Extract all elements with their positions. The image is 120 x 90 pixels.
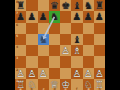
square-b1[interactable]: b♘ <box>26 79 37 90</box>
square-d2[interactable] <box>49 68 60 79</box>
black-bishop-f8[interactable]: ♝ <box>72 0 81 11</box>
white-knight-b1[interactable]: ♘ <box>27 79 36 90</box>
square-f1[interactable]: f <box>71 79 82 90</box>
file-label-b: b <box>29 87 34 90</box>
black-queen-d8[interactable]: ♛ <box>50 0 59 11</box>
white-rook-a1[interactable]: ♖ <box>16 79 25 90</box>
file-label-c: c <box>41 87 46 90</box>
black-knight-d7[interactable]: ♞ <box>50 11 59 22</box>
white-knight-g1[interactable]: ♘ <box>84 79 93 90</box>
square-f2[interactable]: ♙ <box>71 68 82 79</box>
rank-label-8: 8 <box>16 0 18 4</box>
square-f6[interactable] <box>71 23 82 34</box>
square-a6[interactable]: 6 <box>15 23 26 34</box>
square-a4[interactable]: 4 <box>15 45 26 56</box>
black-bishop-f5[interactable]: ♝ <box>72 34 81 45</box>
square-e3[interactable] <box>60 56 71 67</box>
square-g6[interactable] <box>83 23 94 34</box>
square-e4[interactable]: ♙ <box>60 45 71 56</box>
square-b5[interactable] <box>26 34 37 45</box>
square-d6[interactable] <box>49 23 60 34</box>
black-pawn-a7[interactable]: ♟ <box>16 11 25 22</box>
white-pawn-e4[interactable]: ♙ <box>61 45 70 56</box>
square-e5[interactable] <box>60 34 71 45</box>
hint-ghost-black-knight: ♞ <box>39 34 48 45</box>
square-h8[interactable]: ♜ <box>94 0 105 11</box>
square-f3[interactable] <box>71 56 82 67</box>
file-label-f: f <box>74 87 79 90</box>
square-e1[interactable]: e♔ <box>60 79 71 90</box>
white-pawn-c2[interactable]: ♙ <box>39 68 48 79</box>
square-f4[interactable]: ♗ <box>71 45 82 56</box>
square-h6[interactable] <box>94 23 105 34</box>
square-g8[interactable]: ♞ <box>83 0 94 11</box>
rank-label-5: 5 <box>16 34 18 38</box>
square-a7[interactable]: 7♟ <box>15 11 26 22</box>
file-label-d: d <box>52 87 57 90</box>
square-c5[interactable]: ♞ <box>38 34 49 45</box>
square-c8[interactable] <box>38 0 49 11</box>
square-b4[interactable] <box>26 45 37 56</box>
square-g4[interactable] <box>83 45 94 56</box>
rank-label-2: 2 <box>16 68 18 72</box>
square-f8[interactable]: ♝ <box>71 0 82 11</box>
rank-label-7: 7 <box>16 11 18 15</box>
white-queen-d1[interactable]: ♕ <box>50 79 59 90</box>
black-pawn-c7[interactable]: ♟ <box>39 11 48 22</box>
white-rook-h1[interactable]: ♖ <box>95 79 104 90</box>
letterbox-left <box>0 0 15 90</box>
black-pawn-b7[interactable]: ♟ <box>27 11 36 22</box>
black-pawn-f7[interactable]: ♟ <box>72 11 81 22</box>
white-pawn-f2[interactable]: ♙ <box>72 68 81 79</box>
square-h2[interactable]: ♙ <box>94 68 105 79</box>
black-rook-h8[interactable]: ♜ <box>95 0 104 11</box>
square-a5[interactable]: 5 <box>15 34 26 45</box>
square-b3[interactable] <box>26 56 37 67</box>
black-king-e8[interactable]: ♚ <box>61 0 70 11</box>
square-c3[interactable] <box>38 56 49 67</box>
black-pawn-h7[interactable]: ♟ <box>95 11 104 22</box>
square-g3[interactable] <box>83 56 94 67</box>
letterbox-right <box>105 0 120 90</box>
white-bishop-f4[interactable]: ♗ <box>72 45 81 56</box>
square-g1[interactable]: g♘ <box>83 79 94 90</box>
rank-label-1: 1 <box>16 79 18 83</box>
square-f7[interactable]: ♟ <box>71 11 82 22</box>
square-d7[interactable]: ♞ <box>49 11 60 22</box>
black-rook-a8[interactable]: ♜ <box>16 0 25 11</box>
file-label-g: g <box>86 87 91 90</box>
square-d8[interactable]: ♛ <box>49 0 60 11</box>
square-a2[interactable]: 2♙ <box>15 68 26 79</box>
white-pawn-g2[interactable]: ♙ <box>84 68 93 79</box>
square-d5[interactable] <box>49 34 60 45</box>
square-d1[interactable]: d♕ <box>49 79 60 90</box>
file-label-e: e <box>63 87 68 90</box>
white-king-e1[interactable]: ♔ <box>61 79 70 90</box>
square-f5[interactable]: ♝ <box>71 34 82 45</box>
black-pawn-g7[interactable]: ♟ <box>84 11 93 22</box>
square-c2[interactable]: ♙ <box>38 68 49 79</box>
square-e7[interactable] <box>60 11 71 22</box>
square-c7[interactable]: ♟ <box>38 11 49 22</box>
rank-label-6: 6 <box>16 23 18 27</box>
square-h7[interactable]: ♟ <box>94 11 105 22</box>
file-label-h: h <box>97 87 102 90</box>
white-pawn-a2[interactable]: ♙ <box>16 68 25 79</box>
square-c4[interactable] <box>38 45 49 56</box>
square-g5[interactable] <box>83 34 94 45</box>
video-frame: 8♜♛♚♝♞♜7♟♟♟♞♟♟♟65♞♝4♙♗32♙♙♙♙♙♙1a♖b♘cd♕e♔… <box>0 0 120 90</box>
square-h1[interactable]: h♖ <box>94 79 105 90</box>
square-b7[interactable]: ♟ <box>26 11 37 22</box>
square-h3[interactable] <box>94 56 105 67</box>
square-e8[interactable]: ♚ <box>60 0 71 11</box>
white-pawn-h2[interactable]: ♙ <box>95 68 104 79</box>
rank-label-4: 4 <box>16 45 18 49</box>
square-e6[interactable] <box>60 23 71 34</box>
square-a8[interactable]: 8♜ <box>15 0 26 11</box>
square-a3[interactable]: 3 <box>15 56 26 67</box>
file-label-a: a <box>18 87 23 90</box>
square-d3[interactable] <box>49 56 60 67</box>
rank-label-3: 3 <box>16 56 18 60</box>
square-c6[interactable] <box>38 23 49 34</box>
square-b8[interactable] <box>26 0 37 11</box>
black-knight-g8[interactable]: ♞ <box>84 0 93 11</box>
square-a1[interactable]: 1a♖ <box>15 79 26 90</box>
square-d4[interactable] <box>49 45 60 56</box>
square-e2[interactable] <box>60 68 71 79</box>
square-b2[interactable]: ♙ <box>26 68 37 79</box>
square-b6[interactable] <box>26 23 37 34</box>
square-c1[interactable]: c <box>38 79 49 90</box>
square-g2[interactable]: ♙ <box>83 68 94 79</box>
square-h5[interactable] <box>94 34 105 45</box>
square-g7[interactable]: ♟ <box>83 11 94 22</box>
square-h4[interactable] <box>94 45 105 56</box>
chess-board[interactable]: 8♜♛♚♝♞♜7♟♟♟♞♟♟♟65♞♝4♙♗32♙♙♙♙♙♙1a♖b♘cd♕e♔… <box>15 0 105 90</box>
white-pawn-b2[interactable]: ♙ <box>27 68 36 79</box>
